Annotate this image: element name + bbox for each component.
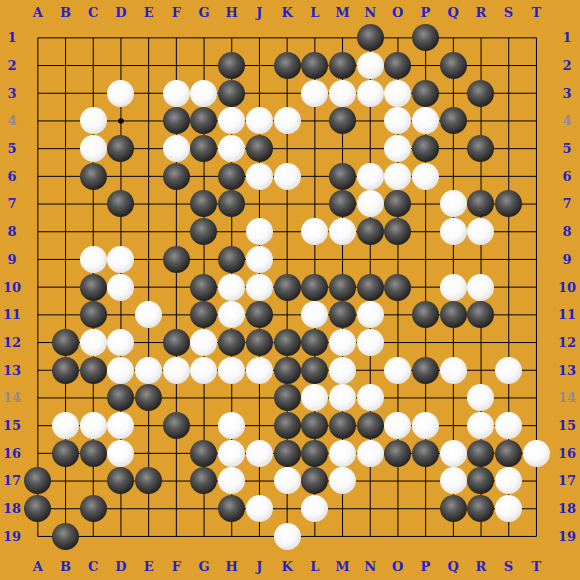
black-stone-L13[interactable]: [301, 357, 328, 384]
column-label: C: [79, 556, 107, 576]
black-stone-K15[interactable]: [274, 412, 301, 439]
white-stone-Q7[interactable]: [440, 190, 467, 217]
column-label: M: [329, 556, 357, 576]
white-stone-E13[interactable]: [135, 357, 162, 384]
black-stone-N10[interactable]: [357, 274, 384, 301]
black-stone-P11[interactable]: [412, 301, 439, 328]
white-stone-H5[interactable]: [218, 135, 245, 162]
black-stone-F4[interactable]: [163, 107, 190, 134]
black-stone-K2[interactable]: [274, 52, 301, 79]
row-label: 7: [556, 190, 578, 218]
black-stone-R17[interactable]: [467, 467, 494, 494]
row-label: 2: [1, 52, 23, 80]
go-board[interactable]: [24, 24, 551, 551]
white-stone-H4[interactable]: [218, 107, 245, 134]
black-stone-S16[interactable]: [495, 440, 522, 467]
black-stone-F12[interactable]: [163, 329, 190, 356]
white-stone-P6[interactable]: [412, 163, 439, 190]
black-stone-C11[interactable]: [80, 301, 107, 328]
black-stone-P13[interactable]: [412, 357, 439, 384]
black-stone-K13[interactable]: [274, 357, 301, 384]
black-stone-C13[interactable]: [80, 357, 107, 384]
white-stone-G13[interactable]: [190, 357, 217, 384]
black-stone-S7[interactable]: [495, 190, 522, 217]
black-stone-M11[interactable]: [329, 301, 356, 328]
row-label: 16: [1, 439, 23, 467]
row-label: 14: [1, 384, 23, 412]
column-label: A: [24, 556, 52, 576]
white-stone-N12[interactable]: [357, 329, 384, 356]
column-label: J: [246, 556, 274, 576]
black-stone-L2[interactable]: [301, 52, 328, 79]
column-labels-bottom: ABCDEFGHJKLMNOPQRST: [24, 556, 551, 576]
black-stone-R18[interactable]: [467, 495, 494, 522]
column-label: F: [162, 556, 190, 576]
black-stone-D5[interactable]: [107, 135, 134, 162]
black-stone-B19[interactable]: [52, 523, 79, 550]
black-stone-C10[interactable]: [80, 274, 107, 301]
row-label: 13: [556, 356, 578, 384]
black-stone-M7[interactable]: [329, 190, 356, 217]
black-stone-O2[interactable]: [384, 52, 411, 79]
row-label: 7: [1, 190, 23, 218]
row-label: 12: [1, 329, 23, 357]
row-label: 4: [556, 107, 578, 135]
black-stone-L15[interactable]: [301, 412, 328, 439]
black-stone-J11[interactable]: [246, 301, 273, 328]
row-label: 16: [556, 439, 578, 467]
black-stone-C18[interactable]: [80, 495, 107, 522]
white-stone-J16[interactable]: [246, 440, 273, 467]
black-stone-G17[interactable]: [190, 467, 217, 494]
row-label: 5: [556, 135, 578, 163]
black-stone-H6[interactable]: [218, 163, 245, 190]
row-label: 11: [556, 301, 578, 329]
black-stone-L16[interactable]: [301, 440, 328, 467]
column-label: C: [79, 2, 107, 22]
column-label: H: [218, 2, 246, 22]
white-stone-J6[interactable]: [246, 163, 273, 190]
white-stone-J18[interactable]: [246, 495, 273, 522]
white-stone-P15[interactable]: [412, 412, 439, 439]
black-stone-D14[interactable]: [107, 384, 134, 411]
white-stone-D12[interactable]: [107, 329, 134, 356]
black-stone-O10[interactable]: [384, 274, 411, 301]
white-stone-H17[interactable]: [218, 467, 245, 494]
black-stone-R5[interactable]: [467, 135, 494, 162]
black-stone-P3[interactable]: [412, 80, 439, 107]
column-label: H: [218, 556, 246, 576]
black-stone-H18[interactable]: [218, 495, 245, 522]
white-stone-D16[interactable]: [107, 440, 134, 467]
column-label: L: [301, 556, 329, 576]
white-stone-J4[interactable]: [246, 107, 273, 134]
white-stone-N2[interactable]: [357, 52, 384, 79]
black-stone-Q4[interactable]: [440, 107, 467, 134]
black-stone-D17[interactable]: [107, 467, 134, 494]
white-stone-Q17[interactable]: [440, 467, 467, 494]
black-stone-C6[interactable]: [80, 163, 107, 190]
black-stone-J5[interactable]: [246, 135, 273, 162]
black-stone-G10[interactable]: [190, 274, 217, 301]
row-label: 15: [1, 412, 23, 440]
black-stone-R11[interactable]: [467, 301, 494, 328]
white-stone-S17[interactable]: [495, 467, 522, 494]
white-stone-N7[interactable]: [357, 190, 384, 217]
black-stone-R7[interactable]: [467, 190, 494, 217]
column-label: T: [522, 556, 550, 576]
column-label: Q: [439, 556, 467, 576]
column-label: O: [384, 556, 412, 576]
black-stone-R16[interactable]: [467, 440, 494, 467]
row-label: 15: [556, 412, 578, 440]
white-stone-D9[interactable]: [107, 246, 134, 273]
black-stone-F15[interactable]: [163, 412, 190, 439]
white-stone-K6[interactable]: [274, 163, 301, 190]
black-stone-H2[interactable]: [218, 52, 245, 79]
row-label: 3: [1, 79, 23, 107]
black-stone-L10[interactable]: [301, 274, 328, 301]
black-stone-F9[interactable]: [163, 246, 190, 273]
black-stone-K12[interactable]: [274, 329, 301, 356]
white-stone-M14[interactable]: [329, 384, 356, 411]
column-label: O: [384, 2, 412, 22]
black-stone-E14[interactable]: [135, 384, 162, 411]
white-stone-R15[interactable]: [467, 412, 494, 439]
white-stone-H16[interactable]: [218, 440, 245, 467]
white-stone-K4[interactable]: [274, 107, 301, 134]
black-stone-R3[interactable]: [467, 80, 494, 107]
black-stone-P5[interactable]: [412, 135, 439, 162]
white-stone-N6[interactable]: [357, 163, 384, 190]
black-stone-O16[interactable]: [384, 440, 411, 467]
white-stone-M13[interactable]: [329, 357, 356, 384]
white-stone-Q8[interactable]: [440, 218, 467, 245]
column-label: J: [246, 2, 274, 22]
row-label: 19: [1, 522, 23, 550]
row-label: 6: [1, 162, 23, 190]
black-stone-M10[interactable]: [329, 274, 356, 301]
column-label: T: [522, 2, 550, 22]
row-labels-left: 12345678910111213141516171819: [1, 24, 23, 551]
column-label: M: [329, 2, 357, 22]
black-stone-A17[interactable]: [24, 467, 51, 494]
white-stone-F5[interactable]: [163, 135, 190, 162]
white-stone-H10[interactable]: [218, 274, 245, 301]
black-stone-Q18[interactable]: [440, 495, 467, 522]
white-stone-H13[interactable]: [218, 357, 245, 384]
black-stone-N1[interactable]: [357, 24, 384, 51]
white-stone-L8[interactable]: [301, 218, 328, 245]
black-stone-B16[interactable]: [52, 440, 79, 467]
white-stone-G3[interactable]: [190, 80, 217, 107]
column-label: F: [162, 2, 190, 22]
white-stone-N16[interactable]: [357, 440, 384, 467]
white-stone-O6[interactable]: [384, 163, 411, 190]
column-label: E: [135, 2, 163, 22]
row-label: 10: [556, 273, 578, 301]
black-stone-Q11[interactable]: [440, 301, 467, 328]
black-stone-G11[interactable]: [190, 301, 217, 328]
row-label: 6: [556, 162, 578, 190]
white-stone-R14[interactable]: [467, 384, 494, 411]
white-stone-O4[interactable]: [384, 107, 411, 134]
black-stone-B12[interactable]: [52, 329, 79, 356]
go-board-app: ABCDEFGHJKLMNOPQRST ABCDEFGHJKLMNOPQRST …: [0, 0, 580, 580]
white-stone-M12[interactable]: [329, 329, 356, 356]
row-label: 17: [1, 467, 23, 495]
black-stone-M2[interactable]: [329, 52, 356, 79]
white-stone-C15[interactable]: [80, 412, 107, 439]
white-stone-R8[interactable]: [467, 218, 494, 245]
black-stone-H12[interactable]: [218, 329, 245, 356]
white-stone-O3[interactable]: [384, 80, 411, 107]
black-stone-A18[interactable]: [24, 495, 51, 522]
white-stone-R10[interactable]: [467, 274, 494, 301]
black-stone-H9[interactable]: [218, 246, 245, 273]
column-label: D: [107, 2, 135, 22]
row-label: 19: [556, 522, 578, 550]
black-stone-J12[interactable]: [246, 329, 273, 356]
row-label: 5: [1, 135, 23, 163]
black-stone-L12[interactable]: [301, 329, 328, 356]
white-stone-C5[interactable]: [80, 135, 107, 162]
column-label: K: [273, 556, 301, 576]
column-label: P: [412, 556, 440, 576]
column-label: R: [467, 556, 495, 576]
white-stone-S15[interactable]: [495, 412, 522, 439]
black-stone-M6[interactable]: [329, 163, 356, 190]
white-stone-H15[interactable]: [218, 412, 245, 439]
black-stone-C16[interactable]: [80, 440, 107, 467]
white-stone-O13[interactable]: [384, 357, 411, 384]
white-stone-N3[interactable]: [357, 80, 384, 107]
white-stone-C9[interactable]: [80, 246, 107, 273]
white-stone-M16[interactable]: [329, 440, 356, 467]
column-labels-top: ABCDEFGHJKLMNOPQRST: [24, 2, 551, 22]
black-stone-G8[interactable]: [190, 218, 217, 245]
black-stone-Q2[interactable]: [440, 52, 467, 79]
white-stone-K17[interactable]: [274, 467, 301, 494]
row-label: 11: [1, 301, 23, 329]
column-label: S: [495, 2, 523, 22]
white-stone-D10[interactable]: [107, 274, 134, 301]
black-stone-G4[interactable]: [190, 107, 217, 134]
white-stone-Q16[interactable]: [440, 440, 467, 467]
black-stone-G5[interactable]: [190, 135, 217, 162]
white-stone-F13[interactable]: [163, 357, 190, 384]
white-stone-F3[interactable]: [163, 80, 190, 107]
black-stone-F6[interactable]: [163, 163, 190, 190]
column-label: G: [190, 556, 218, 576]
white-stone-P4[interactable]: [412, 107, 439, 134]
black-stone-M15[interactable]: [329, 412, 356, 439]
column-label: N: [356, 556, 384, 576]
white-stone-J13[interactable]: [246, 357, 273, 384]
white-stone-L3[interactable]: [301, 80, 328, 107]
row-label: 1: [556, 24, 578, 52]
column-label: Q: [439, 2, 467, 22]
white-stone-N11[interactable]: [357, 301, 384, 328]
column-label: E: [135, 556, 163, 576]
white-stone-M17[interactable]: [329, 467, 356, 494]
white-stone-K19[interactable]: [274, 523, 301, 550]
white-stone-O5[interactable]: [384, 135, 411, 162]
white-stone-Q10[interactable]: [440, 274, 467, 301]
white-stone-B15[interactable]: [52, 412, 79, 439]
white-stone-D15[interactable]: [107, 412, 134, 439]
black-stone-K10[interactable]: [274, 274, 301, 301]
row-label: 8: [556, 218, 578, 246]
white-stone-N14[interactable]: [357, 384, 384, 411]
black-stone-O8[interactable]: [384, 218, 411, 245]
white-stone-L11[interactable]: [301, 301, 328, 328]
column-label: R: [467, 2, 495, 22]
black-stone-G16[interactable]: [190, 440, 217, 467]
row-label: 14: [556, 384, 578, 412]
black-stone-P16[interactable]: [412, 440, 439, 467]
row-label: 2: [556, 52, 578, 80]
column-label: N: [356, 2, 384, 22]
black-stone-K14[interactable]: [274, 384, 301, 411]
white-stone-L14[interactable]: [301, 384, 328, 411]
row-label: 12: [556, 329, 578, 357]
white-stone-C12[interactable]: [80, 329, 107, 356]
white-stone-M8[interactable]: [329, 218, 356, 245]
column-label: D: [107, 556, 135, 576]
row-label: 10: [1, 273, 23, 301]
white-stone-M3[interactable]: [329, 80, 356, 107]
black-stone-O7[interactable]: [384, 190, 411, 217]
column-label: G: [190, 2, 218, 22]
black-stone-B13[interactable]: [52, 357, 79, 384]
column-label: A: [24, 2, 52, 22]
row-label: 13: [1, 356, 23, 384]
white-stone-E11[interactable]: [135, 301, 162, 328]
white-stone-S18[interactable]: [495, 495, 522, 522]
white-stone-G12[interactable]: [190, 329, 217, 356]
row-label: 8: [1, 218, 23, 246]
white-stone-D3[interactable]: [107, 80, 134, 107]
white-stone-C4[interactable]: [80, 107, 107, 134]
black-stone-L17[interactable]: [301, 467, 328, 494]
white-stone-L18[interactable]: [301, 495, 328, 522]
white-stone-H11[interactable]: [218, 301, 245, 328]
column-label: B: [52, 2, 80, 22]
white-stone-S13[interactable]: [495, 357, 522, 384]
row-label: 18: [556, 495, 578, 523]
row-label: 4: [1, 107, 23, 135]
row-label: 17: [556, 467, 578, 495]
black-stone-N8[interactable]: [357, 218, 384, 245]
black-stone-D7[interactable]: [107, 190, 134, 217]
column-label: S: [495, 556, 523, 576]
row-label: 3: [556, 79, 578, 107]
white-stone-J9[interactable]: [246, 246, 273, 273]
row-label: 18: [1, 495, 23, 523]
black-stone-G7[interactable]: [190, 190, 217, 217]
white-stone-D13[interactable]: [107, 357, 134, 384]
black-stone-P1[interactable]: [412, 24, 439, 51]
white-stone-T16[interactable]: [523, 440, 550, 467]
row-label: 9: [1, 246, 23, 274]
black-stone-K16[interactable]: [274, 440, 301, 467]
column-label: K: [273, 2, 301, 22]
row-label: 1: [1, 24, 23, 52]
column-label: B: [52, 556, 80, 576]
black-stone-N15[interactable]: [357, 412, 384, 439]
row-labels-right: 12345678910111213141516171819: [556, 24, 578, 551]
black-stone-H7[interactable]: [218, 190, 245, 217]
column-label: P: [412, 2, 440, 22]
white-stone-J10[interactable]: [246, 274, 273, 301]
white-stone-O15[interactable]: [384, 412, 411, 439]
row-label: 9: [556, 246, 578, 274]
black-stone-M4[interactable]: [329, 107, 356, 134]
white-stone-J8[interactable]: [246, 218, 273, 245]
black-stone-E17[interactable]: [135, 467, 162, 494]
white-stone-Q13[interactable]: [440, 357, 467, 384]
black-stone-H3[interactable]: [218, 80, 245, 107]
column-label: L: [301, 2, 329, 22]
